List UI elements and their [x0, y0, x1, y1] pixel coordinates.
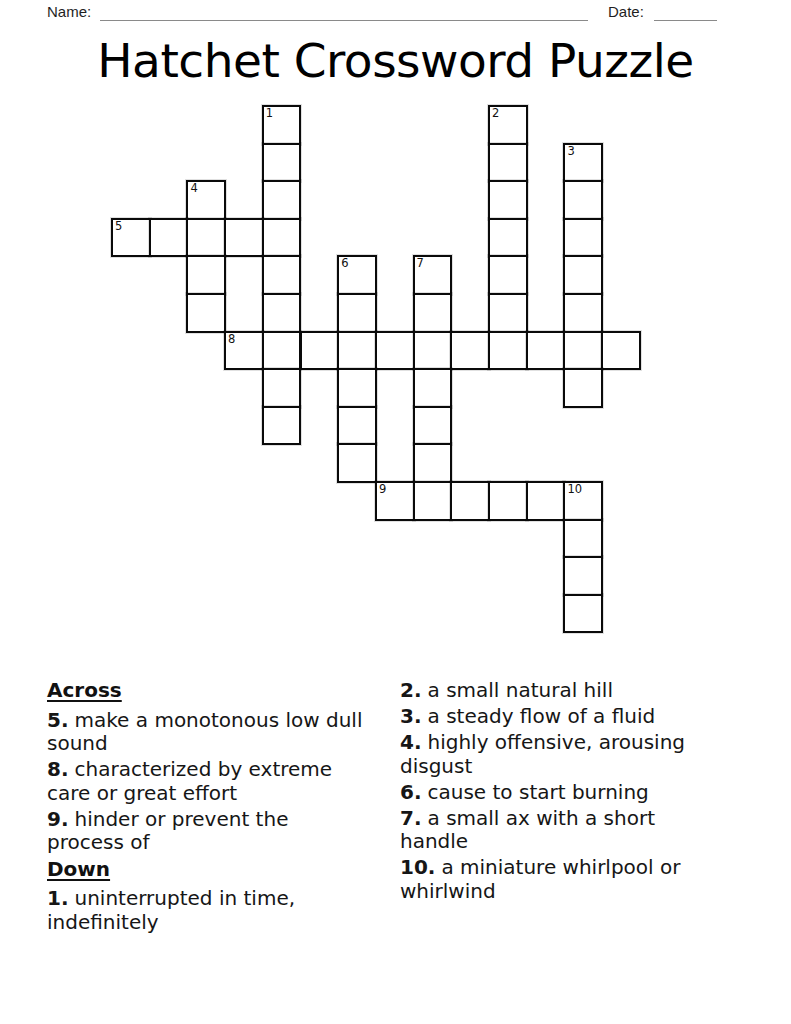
clue-across-9: 9.hinder or prevent the process of: [47, 808, 369, 855]
clue-text: a small natural hill: [428, 678, 613, 702]
grid-cell-2[interactable]: 2: [488, 105, 528, 145]
grid-cell-4[interactable]: 4: [186, 180, 226, 220]
grid-cell[interactable]: [375, 331, 415, 371]
grid-cell[interactable]: [413, 368, 453, 408]
cell-number: 8: [228, 333, 235, 346]
clue-text: cause to start burning: [428, 780, 649, 804]
date-label: Date:: [608, 3, 644, 20]
clue-down-1: 1.uninterrupted in time, indefinitely: [47, 887, 369, 934]
cell-number: 4: [190, 182, 197, 195]
clue-number: 8.: [47, 757, 69, 781]
grid-cell[interactable]: [488, 180, 528, 220]
clue-number: 9.: [47, 807, 69, 831]
grid-cell[interactable]: [563, 519, 603, 559]
grid-cell[interactable]: [413, 293, 453, 333]
grid-cell[interactable]: [563, 331, 603, 371]
grid-cell[interactable]: [186, 255, 226, 295]
grid-cell-9[interactable]: 9: [375, 481, 415, 521]
grid-cell-8[interactable]: 8: [224, 331, 264, 371]
clue-across-8: 8.characterized by extreme care or great…: [47, 758, 369, 805]
grid-cell[interactable]: [563, 368, 603, 408]
grid-cell[interactable]: [488, 293, 528, 333]
clue-down-4: 4.highly offensive, arousing disgust: [400, 731, 700, 778]
grid-cell[interactable]: [262, 293, 302, 333]
grid-cell[interactable]: [563, 180, 603, 220]
cell-number: 1: [266, 107, 273, 120]
grid-cell[interactable]: [337, 368, 377, 408]
clue-text: characterized by extreme care or great e…: [47, 757, 332, 805]
grid-cell[interactable]: [262, 331, 302, 371]
grid-cell-7[interactable]: 7: [413, 255, 453, 295]
grid-cell[interactable]: [413, 481, 453, 521]
cell-number: 10: [567, 483, 582, 496]
grid-cell-3[interactable]: 3: [563, 143, 603, 183]
grid-cell[interactable]: [149, 218, 189, 258]
clue-text: a steady flow of a fluid: [428, 704, 656, 728]
clue-number: 5.: [47, 708, 69, 732]
grid-cell-6[interactable]: 6: [337, 255, 377, 295]
clue-text: uninterrupted in time, indefinitely: [47, 886, 295, 934]
grid-cell[interactable]: [262, 368, 302, 408]
clue-number: 7.: [400, 806, 422, 830]
grid-cell[interactable]: [186, 293, 226, 333]
date-input-line[interactable]: [654, 6, 717, 21]
grid-cell[interactable]: [601, 331, 641, 371]
grid-cell-5[interactable]: 5: [111, 218, 151, 258]
page-title: Hatchet Crossword Puzzle: [0, 33, 791, 89]
grid-cell[interactable]: [563, 255, 603, 295]
grid-cell[interactable]: [563, 556, 603, 596]
grid-cell-10[interactable]: 10: [563, 481, 603, 521]
clue-across-5: 5.make a monotonous low dull sound: [47, 709, 369, 756]
grid-cell[interactable]: [224, 218, 264, 258]
clue-number: 3.: [400, 704, 422, 728]
clue-down-3: 3.a steady flow of a fluid: [400, 705, 700, 729]
grid-cell[interactable]: [488, 218, 528, 258]
clue-number: 4.: [400, 730, 422, 754]
clues-right-column: 2.a small natural hill 3.a steady flow o…: [400, 679, 700, 906]
clue-down-10: 10.a miniature whirlpool or whirlwind: [400, 856, 700, 903]
grid-cell[interactable]: [413, 406, 453, 446]
cell-number: 6: [341, 257, 348, 270]
grid-cell[interactable]: [488, 143, 528, 183]
grid-cell[interactable]: [563, 218, 603, 258]
grid-cell[interactable]: [337, 331, 377, 371]
grid-cell[interactable]: [488, 331, 528, 371]
cell-number: 3: [567, 145, 574, 158]
across-header: Across: [47, 679, 369, 703]
cell-number: 7: [417, 257, 424, 270]
grid-cell[interactable]: [262, 255, 302, 295]
cell-number: 9: [379, 483, 386, 496]
cell-number: 2: [492, 107, 499, 120]
grid-cell[interactable]: [262, 406, 302, 446]
clue-text: make a monotonous low dull sound: [47, 708, 362, 756]
grid-cell[interactable]: [488, 255, 528, 295]
clue-text: hinder or prevent the process of: [47, 807, 288, 855]
down-header: Down: [47, 858, 369, 882]
clue-text: a small ax with a short handle: [400, 806, 655, 854]
grid-cell-1[interactable]: 1: [262, 105, 302, 145]
clue-down-2: 2.a small natural hill: [400, 679, 700, 703]
clues-left-column: Across 5.make a monotonous low dull soun…: [47, 679, 369, 937]
grid-cell[interactable]: [300, 331, 340, 371]
grid-cell[interactable]: [262, 180, 302, 220]
grid-cell[interactable]: [413, 331, 453, 371]
grid-cell[interactable]: [563, 293, 603, 333]
clue-down-6: 6.cause to start burning: [400, 781, 700, 805]
grid-cell[interactable]: [262, 218, 302, 258]
cell-number: 5: [115, 220, 122, 233]
grid-cell[interactable]: [450, 481, 490, 521]
clue-down-7: 7.a small ax with a short handle: [400, 807, 700, 854]
grid-cell[interactable]: [337, 406, 377, 446]
clue-text: highly offensive, arousing disgust: [400, 730, 685, 778]
grid-cell[interactable]: [526, 331, 566, 371]
worksheet-page: Name: Date: Hatchet Crossword Puzzle 123…: [0, 0, 791, 1024]
grid-cell[interactable]: [488, 481, 528, 521]
clue-text: a miniature whirlpool or whirlwind: [400, 855, 680, 903]
clue-number: 6.: [400, 780, 422, 804]
name-label: Name:: [47, 3, 91, 20]
grid-cell[interactable]: [262, 143, 302, 183]
grid-cell[interactable]: [563, 594, 603, 634]
grid-cell[interactable]: [337, 443, 377, 483]
grid-cell[interactable]: [337, 293, 377, 333]
grid-cell[interactable]: [526, 481, 566, 521]
clue-number: 10.: [400, 855, 435, 879]
name-input-line[interactable]: [100, 6, 588, 21]
grid-cell[interactable]: [450, 331, 490, 371]
grid-cell[interactable]: [413, 443, 453, 483]
clue-number: 1.: [47, 886, 69, 910]
grid-cell[interactable]: [186, 218, 226, 258]
clue-number: 2.: [400, 678, 422, 702]
